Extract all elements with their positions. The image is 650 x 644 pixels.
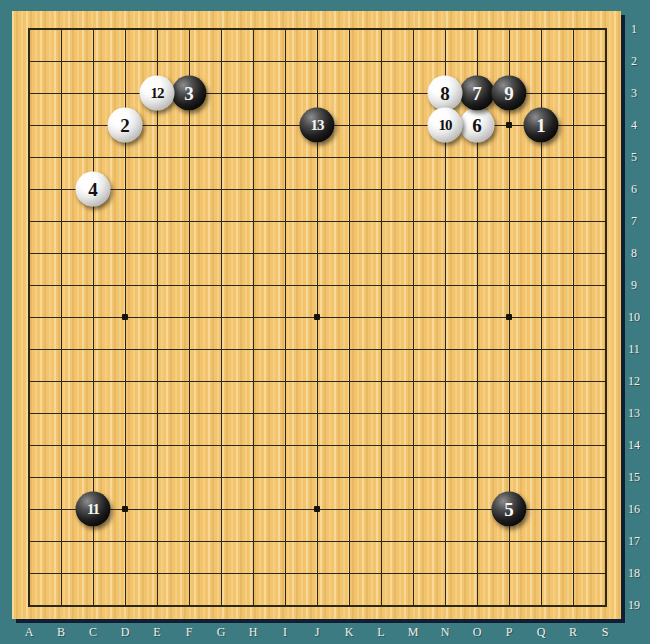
row-label-4: 4: [631, 118, 637, 133]
stone-white-2: 2: [108, 108, 143, 143]
row-label-5: 5: [631, 150, 637, 165]
stone-white-12: 12: [140, 76, 175, 111]
row-label-18: 18: [628, 566, 640, 581]
star-point-J16: [314, 506, 320, 512]
row-label-6: 6: [631, 182, 637, 197]
row-label-14: 14: [628, 438, 640, 453]
col-label-B: B: [57, 625, 65, 640]
col-label-A: A: [25, 625, 34, 640]
board-intersections: 12345678910111213: [29, 29, 606, 606]
stone-black-9: 9: [492, 76, 527, 111]
star-point-P4: [506, 122, 512, 128]
col-label-G: G: [217, 625, 226, 640]
go-diagram: 12345678910111213 ABCDEFGHIJKLMNOPQRS 12…: [0, 0, 650, 644]
col-label-E: E: [153, 625, 160, 640]
row-label-19: 19: [628, 598, 640, 613]
row-label-13: 13: [628, 406, 640, 421]
row-label-17: 17: [628, 534, 640, 549]
stone-black-13: 13: [300, 108, 335, 143]
col-label-R: R: [569, 625, 577, 640]
row-label-11: 11: [628, 342, 640, 357]
col-label-K: K: [345, 625, 354, 640]
col-label-O: O: [473, 625, 482, 640]
row-label-15: 15: [628, 470, 640, 485]
stone-white-8: 8: [428, 76, 463, 111]
row-label-2: 2: [631, 54, 637, 69]
col-label-Q: Q: [537, 625, 546, 640]
col-label-N: N: [441, 625, 450, 640]
stone-white-6: 6: [460, 108, 495, 143]
stone-white-4: 4: [76, 172, 111, 207]
col-label-H: H: [249, 625, 258, 640]
col-label-C: C: [89, 625, 97, 640]
row-label-7: 7: [631, 214, 637, 229]
row-label-3: 3: [631, 86, 637, 101]
stone-black-7: 7: [460, 76, 495, 111]
col-label-J: J: [315, 625, 320, 640]
stone-white-10: 10: [428, 108, 463, 143]
row-label-12: 12: [628, 374, 640, 389]
row-label-8: 8: [631, 246, 637, 261]
col-label-M: M: [408, 625, 419, 640]
col-label-F: F: [186, 625, 193, 640]
col-label-L: L: [377, 625, 384, 640]
go-board[interactable]: 12345678910111213: [12, 11, 621, 619]
star-point-P10: [506, 314, 512, 320]
star-point-J10: [314, 314, 320, 320]
stone-black-5: 5: [492, 492, 527, 527]
col-label-S: S: [602, 625, 609, 640]
row-label-1: 1: [631, 22, 637, 37]
star-point-D16: [122, 506, 128, 512]
stone-black-3: 3: [172, 76, 207, 111]
row-label-9: 9: [631, 278, 637, 293]
col-label-I: I: [283, 625, 287, 640]
row-label-16: 16: [628, 502, 640, 517]
col-label-P: P: [506, 625, 513, 640]
col-label-D: D: [121, 625, 130, 640]
stone-black-1: 1: [524, 108, 559, 143]
star-point-D10: [122, 314, 128, 320]
stone-black-11: 11: [76, 492, 111, 527]
row-label-10: 10: [628, 310, 640, 325]
